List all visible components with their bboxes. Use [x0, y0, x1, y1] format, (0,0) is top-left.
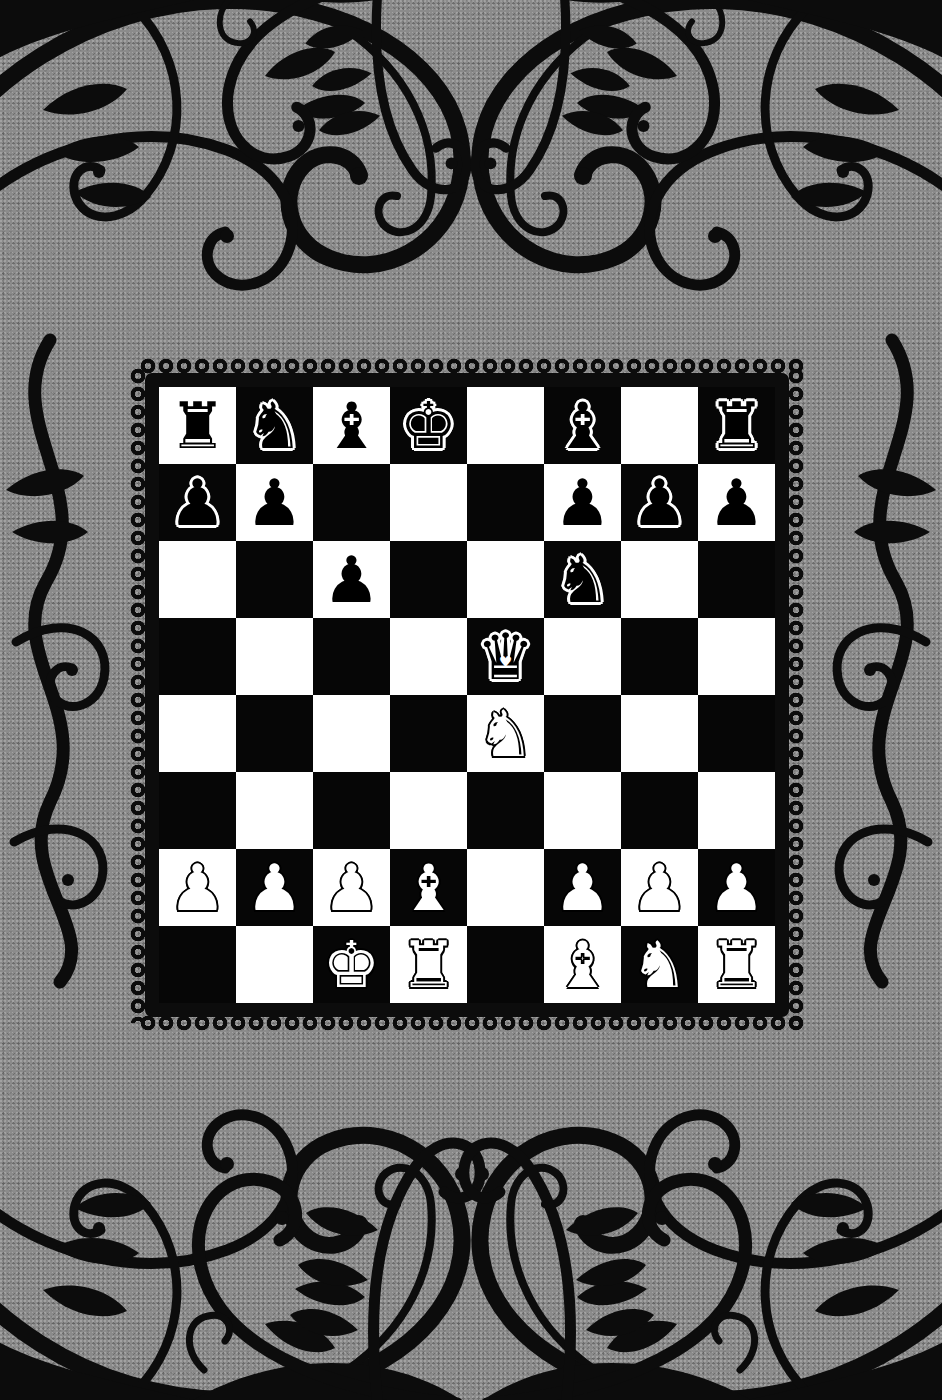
lace-border-left — [129, 367, 147, 1023]
white-rook: ♜ — [390, 926, 467, 1003]
lace-border-top — [139, 357, 803, 375]
square-b1 — [236, 926, 313, 1003]
white-knight: ♞ — [621, 926, 698, 1003]
square-h7: ♟ — [698, 464, 775, 541]
square-e2 — [467, 849, 544, 926]
square-g5 — [621, 618, 698, 695]
square-c3 — [313, 772, 390, 849]
square-e4: ♞ — [467, 695, 544, 772]
square-b6 — [236, 541, 313, 618]
white-knight: ♞ — [467, 695, 544, 772]
black-pawn: ♟ — [236, 464, 313, 541]
square-a2: ♟ — [159, 849, 236, 926]
white-king: ♚ — [313, 926, 390, 1003]
ornament-right-edge-vine — [837, 340, 936, 982]
square-f1: ♝ — [544, 926, 621, 1003]
square-d8: ♚ — [390, 387, 467, 464]
square-b8: ♞ — [236, 387, 313, 464]
ornament-bottom-center-right — [464, 1143, 764, 1400]
square-d1: ♜ — [390, 926, 467, 1003]
black-rook: ♜ — [159, 387, 236, 464]
ornament-top-left — [0, 0, 462, 285]
queen-heart-icon: ♥ — [499, 654, 512, 669]
black-pawn: ♟ — [698, 464, 775, 541]
square-a6 — [159, 541, 236, 618]
square-d4 — [390, 695, 467, 772]
chess-board-frame: ♜♞♝♚♝♜♟♟♟♟♟♟♞♛♥♞♟♟♟♝♟♟♟♚♜♝♞♜ — [146, 374, 788, 1016]
black-rook: ♜ — [698, 387, 775, 464]
black-knight: ♞ — [236, 387, 313, 464]
square-a5 — [159, 618, 236, 695]
square-d2: ♝ — [390, 849, 467, 926]
square-g8 — [621, 387, 698, 464]
square-e3 — [467, 772, 544, 849]
square-e5: ♛♥ — [467, 618, 544, 695]
square-h1: ♜ — [698, 926, 775, 1003]
square-a8: ♜ — [159, 387, 236, 464]
white-bishop: ♝ — [390, 849, 467, 926]
square-h5 — [698, 618, 775, 695]
white-pawn: ♟ — [313, 849, 390, 926]
lace-border-right — [787, 367, 805, 1023]
square-c2: ♟ — [313, 849, 390, 926]
ornament-bottom-left — [0, 1115, 462, 1400]
white-pawn: ♟ — [621, 849, 698, 926]
square-a7: ♟ — [159, 464, 236, 541]
black-king: ♚ — [390, 387, 467, 464]
chess-board: ♜♞♝♚♝♜♟♟♟♟♟♟♞♛♥♞♟♟♟♝♟♟♟♚♜♝♞♜ — [159, 387, 775, 1003]
ornament-top-center-right — [475, 0, 730, 190]
black-pawn: ♟ — [313, 541, 390, 618]
manga-page: ♜♞♝♚♝♜♟♟♟♟♟♟♞♛♥♞♟♟♟♝♟♟♟♚♜♝♞♜ — [0, 0, 942, 1400]
square-a4 — [159, 695, 236, 772]
square-b2: ♟ — [236, 849, 313, 926]
square-h8: ♜ — [698, 387, 775, 464]
square-e6 — [467, 541, 544, 618]
square-e8 — [467, 387, 544, 464]
square-c8: ♝ — [313, 387, 390, 464]
square-c6: ♟ — [313, 541, 390, 618]
square-h6 — [698, 541, 775, 618]
square-c5 — [313, 618, 390, 695]
black-bishop: ♝ — [544, 387, 621, 464]
square-g3 — [621, 772, 698, 849]
lace-border-bottom — [139, 1014, 803, 1032]
square-f7: ♟ — [544, 464, 621, 541]
square-c1: ♚ — [313, 926, 390, 1003]
square-f4 — [544, 695, 621, 772]
square-e1 — [467, 926, 544, 1003]
square-f2: ♟ — [544, 849, 621, 926]
square-c7 — [313, 464, 390, 541]
ornament-bottom-center-left — [180, 1143, 480, 1400]
square-g1: ♞ — [621, 926, 698, 1003]
square-b5 — [236, 618, 313, 695]
square-b7: ♟ — [236, 464, 313, 541]
square-b4 — [236, 695, 313, 772]
white-pawn: ♟ — [544, 849, 621, 926]
square-d3 — [390, 772, 467, 849]
square-g2: ♟ — [621, 849, 698, 926]
square-d7 — [390, 464, 467, 541]
ornament-top-right — [480, 0, 942, 285]
square-c4 — [313, 695, 390, 772]
square-h2: ♟ — [698, 849, 775, 926]
square-a1 — [159, 926, 236, 1003]
white-bishop: ♝ — [544, 926, 621, 1003]
square-h4 — [698, 695, 775, 772]
square-g4 — [621, 695, 698, 772]
white-rook: ♜ — [698, 926, 775, 1003]
square-d6 — [390, 541, 467, 618]
square-e7 — [467, 464, 544, 541]
ornament-bottom-right — [480, 1115, 942, 1400]
ornament-left-edge-vine — [6, 340, 105, 982]
square-g6 — [621, 541, 698, 618]
white-pawn: ♟ — [159, 849, 236, 926]
square-f5 — [544, 618, 621, 695]
white-pawn: ♟ — [236, 849, 313, 926]
square-h3 — [698, 772, 775, 849]
black-pawn: ♟ — [544, 464, 621, 541]
square-b3 — [236, 772, 313, 849]
black-queen: ♛♥ — [467, 618, 544, 695]
black-knight: ♞ — [544, 541, 621, 618]
square-f3 — [544, 772, 621, 849]
square-g7: ♟ — [621, 464, 698, 541]
ornament-top-center-left — [212, 0, 467, 190]
square-d5 — [390, 618, 467, 695]
square-a3 — [159, 772, 236, 849]
square-f6: ♞ — [544, 541, 621, 618]
white-pawn: ♟ — [698, 849, 775, 926]
square-f8: ♝ — [544, 387, 621, 464]
black-pawn: ♟ — [621, 464, 698, 541]
black-bishop: ♝ — [313, 387, 390, 464]
black-pawn: ♟ — [159, 464, 236, 541]
